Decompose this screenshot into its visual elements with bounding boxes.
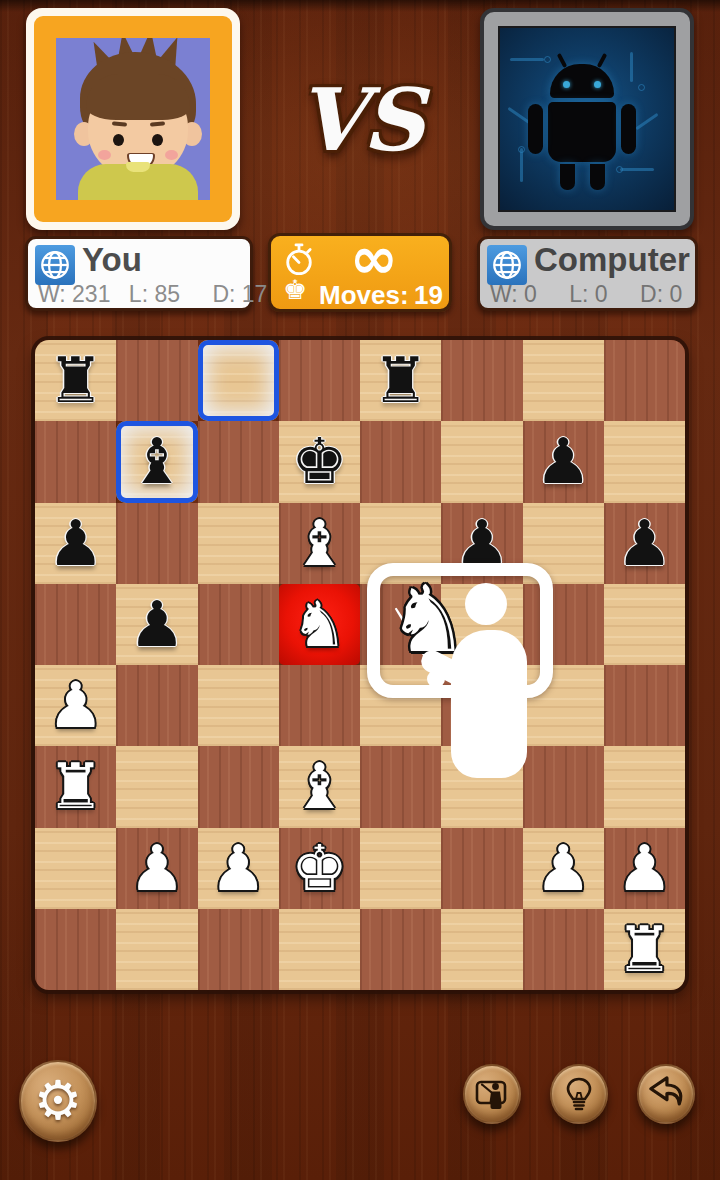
square-d2[interactable]: ♚ xyxy=(279,828,360,909)
square-e8[interactable]: ♜ xyxy=(360,340,441,421)
square-c2[interactable]: ♟ xyxy=(198,828,279,909)
black-pawn[interactable]: ♟ xyxy=(129,593,185,656)
orange-frame xyxy=(34,16,232,222)
boy-hair-fringe xyxy=(86,74,190,120)
android-leg xyxy=(590,164,605,190)
losses-label: L: xyxy=(569,281,588,307)
circuit-line xyxy=(635,113,658,130)
square-b2[interactable]: ♟ xyxy=(116,828,197,909)
black-rook[interactable]: ♜ xyxy=(372,349,428,412)
square-h6[interactable]: ♟ xyxy=(604,503,685,584)
circuit-dot xyxy=(616,166,623,173)
teacher-mode-button[interactable] xyxy=(463,1064,521,1124)
hint-button[interactable] xyxy=(550,1064,608,1124)
square-b8[interactable] xyxy=(116,340,197,421)
square-h7[interactable] xyxy=(604,421,685,502)
king-icon: ♚ xyxy=(283,274,307,305)
draws-value: 17 xyxy=(242,281,268,307)
circuit-dot xyxy=(518,146,525,153)
undo-button[interactable] xyxy=(637,1064,695,1124)
android-eye xyxy=(594,81,601,88)
player-computer-stats: W: 0 L: 0 D: 0 xyxy=(490,281,695,308)
player-computer-name: Computer xyxy=(534,241,690,279)
android-robot-head xyxy=(550,64,614,98)
boy-shirt xyxy=(78,164,198,200)
moves-value: 19 xyxy=(414,280,443,311)
square-a2[interactable] xyxy=(35,828,116,909)
square-d8[interactable] xyxy=(279,340,360,421)
white-rook[interactable]: ♜ xyxy=(616,918,672,981)
player-you-stats: W: 231 L: 85 D: 17 xyxy=(38,281,243,308)
square-c7[interactable] xyxy=(198,421,279,502)
square-h8[interactable] xyxy=(604,340,685,421)
teacher-icon xyxy=(474,1078,510,1110)
circuit-line xyxy=(620,168,654,171)
teacher-person-body-icon xyxy=(451,630,527,778)
square-a5[interactable] xyxy=(35,584,116,665)
square-b5[interactable]: ♟ xyxy=(116,584,197,665)
boy-eye xyxy=(113,134,124,146)
losses-label: L: xyxy=(129,281,148,307)
teacher-person-head-icon xyxy=(465,583,507,625)
square-e2[interactable] xyxy=(360,828,441,909)
teacher-person-hand-icon xyxy=(427,670,445,688)
black-pawn[interactable]: ♟ xyxy=(535,430,591,493)
square-g3[interactable] xyxy=(523,746,604,827)
android-arm xyxy=(528,104,543,154)
android-avatar-image xyxy=(498,26,676,212)
draws-label: D: xyxy=(640,281,663,307)
player-you-avatar-frame xyxy=(26,8,240,230)
square-h1[interactable]: ♜ xyxy=(604,909,685,990)
square-f7[interactable] xyxy=(441,421,522,502)
square-b1[interactable] xyxy=(116,909,197,990)
square-a6[interactable]: ♟ xyxy=(35,503,116,584)
white-pawn[interactable]: ♟ xyxy=(616,837,672,900)
settings-button[interactable]: ⚙ xyxy=(19,1060,97,1142)
boy-cheek xyxy=(98,150,111,160)
android-eye xyxy=(563,81,570,88)
gear-icon: ⚙ xyxy=(34,1074,82,1128)
square-c6[interactable] xyxy=(198,503,279,584)
android-antenna xyxy=(597,53,608,68)
black-king[interactable]: ♚ xyxy=(291,430,347,493)
square-h5[interactable] xyxy=(604,584,685,665)
white-bishop[interactable]: ♝ xyxy=(291,755,347,818)
square-g2[interactable]: ♟ xyxy=(523,828,604,909)
game-info-badge: ∞ ♚ Moves: 19 xyxy=(268,233,452,312)
square-d5[interactable]: ♞ xyxy=(279,584,360,665)
square-g7[interactable]: ♟ xyxy=(523,421,604,502)
square-a8[interactable]: ♜ xyxy=(35,340,116,421)
square-f1[interactable] xyxy=(441,909,522,990)
wins-label: W: xyxy=(38,281,66,307)
player-you-name: You xyxy=(82,241,142,279)
player-you-plate: You W: 231 L: 85 D: 17 xyxy=(25,236,253,311)
square-h2[interactable]: ♟ xyxy=(604,828,685,909)
square-b6[interactable] xyxy=(116,503,197,584)
white-pawn[interactable]: ♟ xyxy=(210,837,266,900)
black-pawn[interactable]: ♟ xyxy=(616,512,672,575)
android-robot-body xyxy=(548,102,616,162)
black-rook[interactable]: ♜ xyxy=(47,349,103,412)
moves-label: Moves: xyxy=(319,280,409,311)
square-a7[interactable] xyxy=(35,421,116,502)
square-h4[interactable] xyxy=(604,665,685,746)
boy-eye xyxy=(152,134,163,146)
square-b3[interactable] xyxy=(116,746,197,827)
white-king[interactable]: ♚ xyxy=(291,837,347,900)
globe-icon xyxy=(35,245,75,285)
white-rook[interactable]: ♜ xyxy=(47,755,103,818)
white-pawn[interactable]: ♟ xyxy=(129,837,185,900)
square-c1[interactable] xyxy=(198,909,279,990)
losses-value: 85 xyxy=(154,281,180,307)
square-h3[interactable] xyxy=(604,746,685,827)
circuit-line xyxy=(630,52,633,82)
black-bishop[interactable]: ♝ xyxy=(129,430,185,493)
wins-value: 0 xyxy=(524,281,537,307)
square-c4[interactable] xyxy=(198,665,279,746)
black-pawn[interactable]: ♟ xyxy=(47,512,103,575)
boy-avatar-image xyxy=(56,38,210,200)
square-d4[interactable] xyxy=(279,665,360,746)
square-d3[interactable]: ♝ xyxy=(279,746,360,827)
square-f2[interactable] xyxy=(441,828,522,909)
white-pawn[interactable]: ♟ xyxy=(47,674,103,737)
lightbulb-icon xyxy=(562,1076,596,1112)
circuit-line xyxy=(520,148,523,182)
square-d1[interactable] xyxy=(279,909,360,990)
square-g8[interactable] xyxy=(523,340,604,421)
android-antenna xyxy=(557,53,568,68)
undo-icon xyxy=(647,1076,685,1112)
vs-label: VS xyxy=(272,70,448,170)
square-g1[interactable] xyxy=(523,909,604,990)
boy-collar xyxy=(126,162,150,172)
square-d7[interactable]: ♚ xyxy=(279,421,360,502)
square-e1[interactable] xyxy=(360,909,441,990)
square-c3[interactable] xyxy=(198,746,279,827)
white-pawn[interactable]: ♟ xyxy=(535,837,591,900)
square-a4[interactable]: ♟ xyxy=(35,665,116,746)
square-a1[interactable] xyxy=(35,909,116,990)
draws-label: D: xyxy=(212,281,235,307)
square-a3[interactable]: ♜ xyxy=(35,746,116,827)
chess-board: ♞ ♜♜♝♚♟♟♝♟♟♟♞♟♜♝♟♟♚♟♟♜ xyxy=(35,340,685,990)
square-c5[interactable] xyxy=(198,584,279,665)
circuit-dot xyxy=(638,84,645,91)
player-computer-avatar-frame xyxy=(480,8,694,230)
circuit-line xyxy=(510,58,544,61)
square-b4[interactable] xyxy=(116,665,197,746)
square-b7[interactable]: ♝ xyxy=(116,421,197,502)
losses-value: 0 xyxy=(595,281,608,307)
white-knight[interactable]: ♞ xyxy=(291,593,347,656)
wins-value: 231 xyxy=(72,281,110,307)
draws-value: 0 xyxy=(669,281,682,307)
square-d6[interactable]: ♝ xyxy=(279,503,360,584)
android-leg xyxy=(560,164,575,190)
white-bishop[interactable]: ♝ xyxy=(291,512,347,575)
square-c8[interactable] xyxy=(198,340,279,421)
circuit-dot xyxy=(544,56,551,63)
square-f8[interactable] xyxy=(441,340,522,421)
square-e7[interactable] xyxy=(360,421,441,502)
wins-label: W: xyxy=(490,281,518,307)
boy-cheek xyxy=(165,150,178,160)
player-computer-plate: Computer W: 0 L: 0 D: 0 xyxy=(477,236,698,311)
square-e3[interactable] xyxy=(360,746,441,827)
globe-icon xyxy=(487,245,527,285)
android-arm xyxy=(621,104,636,154)
